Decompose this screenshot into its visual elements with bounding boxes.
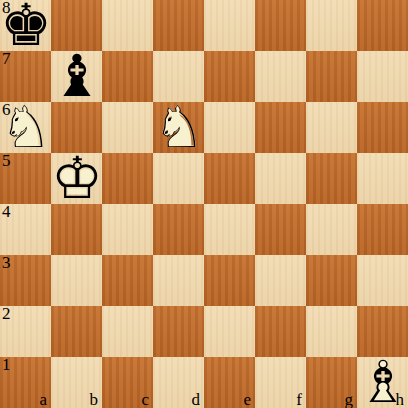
square-h6[interactable] (357, 102, 408, 153)
square-d6[interactable]: ♞♘ (153, 102, 204, 153)
bishop-fill-glyph: ♝ (357, 357, 408, 408)
black-bishop-b7[interactable]: ♝ (51, 51, 102, 102)
square-b3[interactable] (51, 255, 102, 306)
file-label-f: f (296, 391, 302, 408)
black-king-a8[interactable]: ♚ (0, 0, 51, 51)
square-h8[interactable] (357, 0, 408, 51)
square-d2[interactable] (153, 306, 204, 357)
square-a4[interactable]: 4 (0, 204, 51, 255)
square-c1[interactable]: c (102, 357, 153, 408)
rank-label-2: 2 (2, 305, 11, 324)
square-c3[interactable] (102, 255, 153, 306)
square-g5[interactable] (306, 153, 357, 204)
square-a2[interactable]: 2 (0, 306, 51, 357)
square-d1[interactable]: d (153, 357, 204, 408)
square-b8[interactable] (51, 0, 102, 51)
square-h5[interactable] (357, 153, 408, 204)
square-f8[interactable] (255, 0, 306, 51)
square-c6[interactable] (102, 102, 153, 153)
bishop-outline-glyph: ♗ (357, 357, 408, 408)
square-g8[interactable] (306, 0, 357, 51)
knight-fill-glyph: ♞ (0, 102, 52, 153)
square-g7[interactable] (306, 51, 357, 102)
white-knight-a6[interactable]: ♞♘ (0, 102, 51, 153)
square-f1[interactable]: f (255, 357, 306, 408)
square-f2[interactable] (255, 306, 306, 357)
file-label-d: d (192, 391, 201, 408)
file-label-b: b (90, 391, 99, 408)
rank-label-3: 3 (2, 254, 11, 273)
square-g2[interactable] (306, 306, 357, 357)
square-e1[interactable]: e (204, 357, 255, 408)
white-knight-d6[interactable]: ♞♘ (153, 102, 204, 153)
bishop-filled-glyph: ♝ (51, 51, 103, 102)
square-f7[interactable] (255, 51, 306, 102)
square-b5[interactable]: ♚♔ (51, 153, 102, 204)
square-c2[interactable] (102, 306, 153, 357)
square-g4[interactable] (306, 204, 357, 255)
chess-board: 8♚7♝6♞♘♞♘5♚♔4321abcdefgh♝♗ (0, 0, 408, 408)
square-a7[interactable]: 7 (0, 51, 51, 102)
square-a8[interactable]: 8♚ (0, 0, 51, 51)
square-g6[interactable] (306, 102, 357, 153)
file-label-e: e (243, 391, 251, 408)
square-h3[interactable] (357, 255, 408, 306)
square-h2[interactable] (357, 306, 408, 357)
rank-label-7: 7 (2, 50, 11, 69)
square-c7[interactable] (102, 51, 153, 102)
square-e6[interactable] (204, 102, 255, 153)
square-d3[interactable] (153, 255, 204, 306)
square-g3[interactable] (306, 255, 357, 306)
knight-outline-glyph: ♘ (0, 102, 52, 153)
square-f5[interactable] (255, 153, 306, 204)
square-a1[interactable]: 1a (0, 357, 51, 408)
square-b6[interactable] (51, 102, 102, 153)
square-e3[interactable] (204, 255, 255, 306)
square-a3[interactable]: 3 (0, 255, 51, 306)
square-a6[interactable]: 6♞♘ (0, 102, 51, 153)
square-b4[interactable] (51, 204, 102, 255)
square-e5[interactable] (204, 153, 255, 204)
square-g1[interactable]: g (306, 357, 357, 408)
white-king-b5[interactable]: ♚♔ (51, 153, 102, 204)
file-label-c: c (141, 391, 149, 408)
rank-label-1: 1 (2, 356, 11, 375)
square-d5[interactable] (153, 153, 204, 204)
square-e7[interactable] (204, 51, 255, 102)
square-e2[interactable] (204, 306, 255, 357)
rank-label-5: 5 (2, 152, 11, 171)
knight-outline-glyph: ♘ (153, 102, 205, 153)
square-f4[interactable] (255, 204, 306, 255)
square-e4[interactable] (204, 204, 255, 255)
square-c8[interactable] (102, 0, 153, 51)
square-f3[interactable] (255, 255, 306, 306)
square-h1[interactable]: h♝♗ (357, 357, 408, 408)
square-d7[interactable] (153, 51, 204, 102)
square-h7[interactable] (357, 51, 408, 102)
square-b2[interactable] (51, 306, 102, 357)
square-c4[interactable] (102, 204, 153, 255)
file-label-a: a (39, 391, 47, 408)
knight-fill-glyph: ♞ (153, 102, 205, 153)
file-label-g: g (345, 391, 354, 408)
square-d8[interactable] (153, 0, 204, 51)
king-filled-glyph: ♚ (0, 0, 52, 51)
square-h4[interactable] (357, 204, 408, 255)
king-fill-glyph: ♚ (51, 153, 103, 204)
square-e8[interactable] (204, 0, 255, 51)
square-d4[interactable] (153, 204, 204, 255)
square-b1[interactable]: b (51, 357, 102, 408)
square-c5[interactable] (102, 153, 153, 204)
square-f6[interactable] (255, 102, 306, 153)
white-bishop-h1[interactable]: ♝♗ (357, 357, 408, 408)
square-a5[interactable]: 5 (0, 153, 51, 204)
king-outline-glyph: ♔ (51, 153, 103, 204)
square-b7[interactable]: ♝ (51, 51, 102, 102)
rank-label-4: 4 (2, 203, 11, 222)
